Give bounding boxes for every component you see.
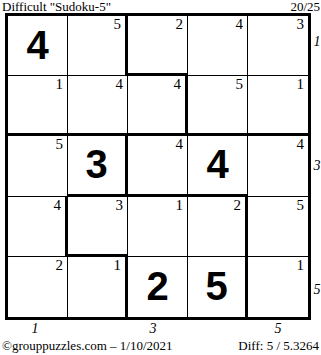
cell-r2c1[interactable]: 1 (8, 76, 68, 136)
corner-clue: 2 (176, 16, 184, 33)
cell-r4c4[interactable]: 2 (188, 197, 248, 257)
corner-clue: 4 (116, 76, 124, 93)
corner-clue: 2 (56, 257, 64, 274)
cell-r4c2[interactable]: 3 (68, 197, 128, 257)
cell-r3c5[interactable]: 4 (248, 136, 308, 196)
cell-r1c1[interactable]: 4 (8, 16, 68, 76)
copyright-text: ©grouppuzzles.com – 1/10/2021 (2, 338, 173, 354)
cell-r5c1[interactable]: 2 (8, 257, 68, 317)
cell-r4c1[interactable]: 4 (8, 197, 68, 257)
cell-r4c5[interactable]: 5 (248, 197, 308, 257)
row-label-5: 5 (312, 282, 321, 298)
given-digit: 2 (128, 257, 187, 317)
cell-r2c2[interactable]: 4 (68, 76, 128, 136)
cell-r5c5[interactable]: 1 (248, 257, 308, 317)
col-label-3: 3 (142, 321, 164, 337)
cell-r1c3[interactable]: 2 (128, 16, 188, 76)
cell-r1c2[interactable]: 5 (68, 16, 128, 76)
corner-clue: 1 (56, 76, 64, 93)
corner-clue: 3 (116, 197, 124, 214)
puzzle-page: Difficult "Sudoku-5" 20/25 4 5 2 4 3 1 4… (0, 0, 321, 355)
corner-clue: 1 (297, 76, 305, 93)
corner-clue: 4 (236, 16, 244, 33)
corner-clue: 4 (297, 136, 305, 153)
cell-r2c5[interactable]: 1 (248, 76, 308, 136)
given-digit: 3 (68, 136, 125, 193)
corner-clue: 5 (236, 76, 244, 93)
corner-clue: 1 (176, 197, 184, 214)
row-label-1: 1 (312, 34, 321, 50)
corner-clue: 5 (297, 197, 305, 214)
corner-clue: 5 (56, 136, 64, 153)
corner-clue: 1 (114, 257, 122, 274)
col-label-1: 1 (24, 321, 46, 337)
cell-r1c4[interactable]: 4 (188, 16, 248, 76)
cell-r1c5[interactable]: 3 (248, 16, 308, 76)
corner-clue: 4 (176, 136, 184, 153)
cell-r3c1[interactable]: 5 (8, 136, 68, 196)
row-label-3: 3 (312, 158, 321, 174)
cell-r3c2[interactable]: 3 (68, 136, 128, 196)
cell-r3c4[interactable]: 4 (188, 136, 248, 196)
corner-clue: 3 (297, 16, 305, 33)
cell-r2c4[interactable]: 5 (188, 76, 248, 136)
corner-clue: 4 (174, 76, 182, 93)
cell-r5c2[interactable]: 1 (68, 257, 128, 317)
difficulty-text: Diff: 5 / 5.3264 (238, 338, 319, 354)
corner-clue: 4 (54, 197, 62, 214)
corner-clue: 5 (114, 16, 122, 33)
corner-clue: 2 (234, 197, 242, 214)
cell-r5c4[interactable]: 5 (188, 257, 248, 317)
cell-r3c3[interactable]: 4 (128, 136, 188, 196)
cell-r2c3[interactable]: 4 (128, 76, 188, 136)
col-label-5: 5 (267, 321, 289, 337)
cell-r5c3[interactable]: 2 (128, 257, 188, 317)
corner-clue: 1 (297, 257, 305, 274)
given-digit: 4 (188, 136, 247, 193)
given-digit: 4 (8, 16, 67, 75)
cell-r4c3[interactable]: 1 (128, 197, 188, 257)
given-digit: 5 (188, 257, 245, 317)
sudoku5-board: 4 5 2 4 3 1 4 4 5 1 5 3 4 4 4 4 3 1 2 5 … (5, 13, 311, 320)
